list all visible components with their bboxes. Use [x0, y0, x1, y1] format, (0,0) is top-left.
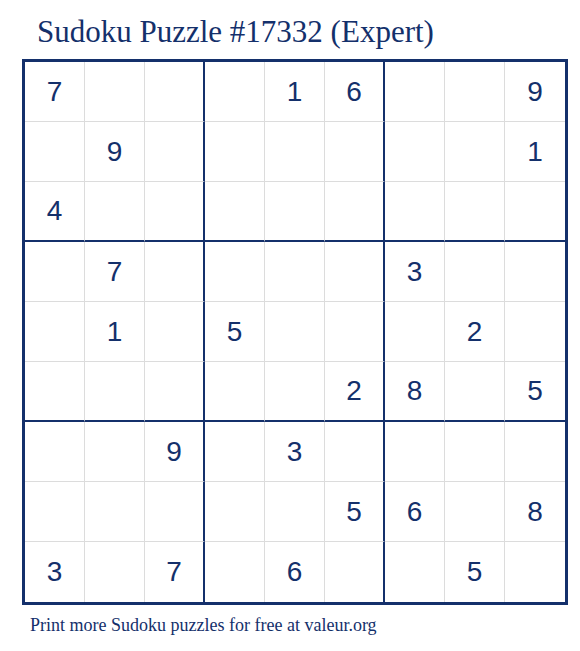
sudoku-cell-r8c5 [265, 482, 325, 542]
sudoku-cell-r6c8 [445, 362, 505, 422]
sudoku-cell-r7c7 [385, 422, 445, 482]
sudoku-cell-r9c6 [325, 542, 385, 602]
sudoku-cell-r9c2 [85, 542, 145, 602]
sudoku-cell-r8c2 [85, 482, 145, 542]
sudoku-cell-r7c2 [85, 422, 145, 482]
sudoku-cell-r2c3 [145, 122, 205, 182]
sudoku-cell-r7c3: 9 [145, 422, 205, 482]
sudoku-cell-r8c1 [25, 482, 85, 542]
sudoku-cell-r7c1 [25, 422, 85, 482]
sudoku-cell-r2c9: 1 [505, 122, 565, 182]
sudoku-board: 716991473152285935683765 [22, 59, 568, 605]
footer-text: Print more Sudoku puzzles for free at va… [30, 615, 377, 636]
sudoku-cell-r4c7: 3 [385, 242, 445, 302]
sudoku-cell-r1c6: 6 [325, 62, 385, 122]
sudoku-cell-r3c3 [145, 182, 205, 242]
sudoku-cell-r3c2 [85, 182, 145, 242]
sudoku-cell-r2c6 [325, 122, 385, 182]
sudoku-cell-r5c8: 2 [445, 302, 505, 362]
sudoku-cell-r7c9 [505, 422, 565, 482]
sudoku-cell-r6c1 [25, 362, 85, 422]
sudoku-cell-r1c1: 7 [25, 62, 85, 122]
sudoku-cell-r8c9: 8 [505, 482, 565, 542]
sudoku-cell-r4c1 [25, 242, 85, 302]
sudoku-cell-r7c4 [205, 422, 265, 482]
sudoku-cell-r5c9 [505, 302, 565, 362]
sudoku-cell-r9c8: 5 [445, 542, 505, 602]
sudoku-cell-r1c2 [85, 62, 145, 122]
sudoku-cell-r8c8 [445, 482, 505, 542]
sudoku-cell-r3c9 [505, 182, 565, 242]
sudoku-cell-r1c3 [145, 62, 205, 122]
sudoku-cell-r3c7 [385, 182, 445, 242]
sudoku-cell-r7c8 [445, 422, 505, 482]
sudoku-cell-r5c6 [325, 302, 385, 362]
page-title: Sudoku Puzzle #17332 (Expert) [37, 14, 434, 50]
sudoku-cell-r6c4 [205, 362, 265, 422]
sudoku-cell-r6c5 [265, 362, 325, 422]
sudoku-cell-r6c7: 8 [385, 362, 445, 422]
sudoku-cell-r9c3: 7 [145, 542, 205, 602]
sudoku-cell-r1c8 [445, 62, 505, 122]
sudoku-cell-r5c5 [265, 302, 325, 362]
sudoku-cell-r8c3 [145, 482, 205, 542]
sudoku-cell-r6c6: 2 [325, 362, 385, 422]
sudoku-cell-r1c9: 9 [505, 62, 565, 122]
sudoku-cell-r3c5 [265, 182, 325, 242]
sudoku-cell-r9c9 [505, 542, 565, 602]
sudoku-cell-r3c6 [325, 182, 385, 242]
sudoku-cell-r4c5 [265, 242, 325, 302]
sudoku-cell-r6c3 [145, 362, 205, 422]
sudoku-cell-r9c5: 6 [265, 542, 325, 602]
sudoku-cell-r8c6: 5 [325, 482, 385, 542]
sudoku-cell-r9c7 [385, 542, 445, 602]
sudoku-cell-r3c8 [445, 182, 505, 242]
sudoku-cell-r6c2 [85, 362, 145, 422]
sudoku-cell-r5c4: 5 [205, 302, 265, 362]
sudoku-cell-r2c5 [265, 122, 325, 182]
sudoku-cell-r5c2: 1 [85, 302, 145, 362]
sudoku-page: Sudoku Puzzle #17332 (Expert) 7169914731… [0, 0, 580, 651]
sudoku-cell-r1c5: 1 [265, 62, 325, 122]
sudoku-cell-r1c4 [205, 62, 265, 122]
sudoku-cell-r5c7 [385, 302, 445, 362]
sudoku-cell-r9c1: 3 [25, 542, 85, 602]
sudoku-cell-r7c5: 3 [265, 422, 325, 482]
sudoku-cell-r3c4 [205, 182, 265, 242]
sudoku-cell-r4c9 [505, 242, 565, 302]
sudoku-cell-r2c8 [445, 122, 505, 182]
sudoku-cell-r9c4 [205, 542, 265, 602]
sudoku-cell-r6c9: 5 [505, 362, 565, 422]
sudoku-cell-r4c8 [445, 242, 505, 302]
sudoku-cell-r8c7: 6 [385, 482, 445, 542]
sudoku-cell-r7c6 [325, 422, 385, 482]
sudoku-cell-r4c4 [205, 242, 265, 302]
sudoku-cell-r2c1 [25, 122, 85, 182]
sudoku-cell-r3c1: 4 [25, 182, 85, 242]
sudoku-cell-r5c1 [25, 302, 85, 362]
sudoku-cell-r8c4 [205, 482, 265, 542]
sudoku-cell-r5c3 [145, 302, 205, 362]
sudoku-cell-r1c7 [385, 62, 445, 122]
sudoku-cell-r2c2: 9 [85, 122, 145, 182]
sudoku-cell-r4c3 [145, 242, 205, 302]
sudoku-cell-r4c2: 7 [85, 242, 145, 302]
sudoku-cell-r2c4 [205, 122, 265, 182]
sudoku-cell-r4c6 [325, 242, 385, 302]
sudoku-cell-r2c7 [385, 122, 445, 182]
